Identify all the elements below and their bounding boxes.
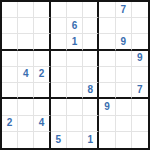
sudoku-cell-empty[interactable] bbox=[83, 99, 99, 115]
sudoku-cell-empty[interactable] bbox=[83, 116, 99, 132]
sudoku-cell-empty[interactable] bbox=[18, 83, 34, 99]
sudoku-cell-empty[interactable] bbox=[132, 18, 148, 34]
sudoku-cell-empty[interactable] bbox=[18, 99, 34, 115]
sudoku-cell-empty[interactable] bbox=[51, 99, 67, 115]
sudoku-cell-given[interactable]: 4 bbox=[18, 67, 34, 83]
sudoku-cell-empty[interactable] bbox=[99, 132, 115, 148]
sudoku-cell-empty[interactable] bbox=[67, 51, 83, 67]
sudoku-cell-empty[interactable] bbox=[51, 34, 67, 50]
sudoku-cell-given[interactable]: 2 bbox=[2, 116, 18, 132]
sudoku-cell-empty[interactable] bbox=[2, 34, 18, 50]
sudoku-cell-empty[interactable] bbox=[2, 51, 18, 67]
sudoku-cell-empty[interactable] bbox=[51, 116, 67, 132]
sudoku-cell-empty[interactable] bbox=[51, 51, 67, 67]
sudoku-cell-empty[interactable] bbox=[132, 2, 148, 18]
sudoku-cell-empty[interactable] bbox=[51, 67, 67, 83]
sudoku-cell-empty[interactable] bbox=[18, 51, 34, 67]
sudoku-board: 76199428792451 bbox=[0, 0, 150, 150]
sudoku-cell-empty[interactable] bbox=[34, 18, 50, 34]
sudoku-cell-empty[interactable] bbox=[51, 83, 67, 99]
sudoku-cell-empty[interactable] bbox=[34, 2, 50, 18]
sudoku-cell-empty[interactable] bbox=[116, 83, 132, 99]
sudoku-cell-empty[interactable] bbox=[18, 18, 34, 34]
sudoku-cell-empty[interactable] bbox=[34, 132, 50, 148]
sudoku-cell-empty[interactable] bbox=[34, 34, 50, 50]
sudoku-cell-empty[interactable] bbox=[2, 83, 18, 99]
sudoku-cell-empty[interactable] bbox=[132, 132, 148, 148]
sudoku-cell-empty[interactable] bbox=[99, 18, 115, 34]
sudoku-cell-empty[interactable] bbox=[67, 83, 83, 99]
sudoku-cell-empty[interactable] bbox=[34, 83, 50, 99]
sudoku-cell-empty[interactable] bbox=[116, 67, 132, 83]
sudoku-cell-empty[interactable] bbox=[132, 99, 148, 115]
sudoku-cell-given[interactable]: 8 bbox=[83, 83, 99, 99]
sudoku-cell-empty[interactable] bbox=[116, 51, 132, 67]
sudoku-cell-given[interactable]: 9 bbox=[116, 34, 132, 50]
sudoku-cell-empty[interactable] bbox=[18, 2, 34, 18]
sudoku-cell-empty[interactable] bbox=[132, 116, 148, 132]
sudoku-cell-given[interactable]: 1 bbox=[67, 34, 83, 50]
sudoku-cell-given[interactable]: 6 bbox=[67, 18, 83, 34]
sudoku-cell-empty[interactable] bbox=[51, 2, 67, 18]
sudoku-cell-empty[interactable] bbox=[116, 99, 132, 115]
sudoku-cell-empty[interactable] bbox=[132, 34, 148, 50]
sudoku-cell-empty[interactable] bbox=[116, 132, 132, 148]
sudoku-cell-given[interactable]: 9 bbox=[132, 51, 148, 67]
sudoku-cell-empty[interactable] bbox=[99, 83, 115, 99]
sudoku-cell-given[interactable]: 9 bbox=[99, 99, 115, 115]
sudoku-cell-given[interactable]: 1 bbox=[83, 132, 99, 148]
sudoku-cell-empty[interactable] bbox=[67, 132, 83, 148]
sudoku-cell-empty[interactable] bbox=[2, 99, 18, 115]
sudoku-cell-empty[interactable] bbox=[2, 132, 18, 148]
sudoku-cell-empty[interactable] bbox=[116, 116, 132, 132]
sudoku-cell-empty[interactable] bbox=[34, 99, 50, 115]
sudoku-cell-given[interactable]: 7 bbox=[132, 83, 148, 99]
sudoku-cell-given[interactable]: 4 bbox=[34, 116, 50, 132]
sudoku-cell-empty[interactable] bbox=[99, 51, 115, 67]
sudoku-cell-empty[interactable] bbox=[18, 132, 34, 148]
sudoku-cell-empty[interactable] bbox=[2, 67, 18, 83]
sudoku-cell-empty[interactable] bbox=[132, 67, 148, 83]
sudoku-cell-empty[interactable] bbox=[67, 99, 83, 115]
sudoku-cell-given[interactable]: 7 bbox=[116, 2, 132, 18]
sudoku-cell-empty[interactable] bbox=[2, 2, 18, 18]
sudoku-cell-empty[interactable] bbox=[34, 51, 50, 67]
sudoku-cell-empty[interactable] bbox=[99, 34, 115, 50]
sudoku-cell-empty[interactable] bbox=[18, 116, 34, 132]
sudoku-cell-empty[interactable] bbox=[99, 116, 115, 132]
sudoku-cell-empty[interactable] bbox=[116, 18, 132, 34]
sudoku-cell-empty[interactable] bbox=[83, 2, 99, 18]
sudoku-cell-empty[interactable] bbox=[83, 34, 99, 50]
sudoku-cell-given[interactable]: 2 bbox=[34, 67, 50, 83]
sudoku-cell-empty[interactable] bbox=[83, 67, 99, 83]
sudoku-cell-empty[interactable] bbox=[2, 18, 18, 34]
sudoku-cell-empty[interactable] bbox=[67, 2, 83, 18]
sudoku-cell-empty[interactable] bbox=[83, 51, 99, 67]
sudoku-cell-empty[interactable] bbox=[51, 18, 67, 34]
sudoku-cell-given[interactable]: 5 bbox=[51, 132, 67, 148]
sudoku-cell-empty[interactable] bbox=[99, 67, 115, 83]
sudoku-cell-empty[interactable] bbox=[18, 34, 34, 50]
sudoku-cell-empty[interactable] bbox=[67, 116, 83, 132]
sudoku-cell-empty[interactable] bbox=[99, 2, 115, 18]
sudoku-cell-empty[interactable] bbox=[83, 18, 99, 34]
sudoku-cell-empty[interactable] bbox=[67, 67, 83, 83]
